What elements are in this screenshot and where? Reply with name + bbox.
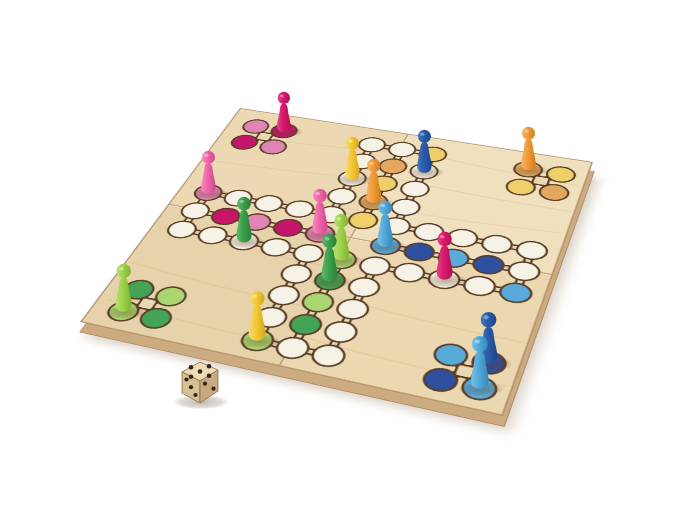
pawn-body [312, 202, 327, 234]
die-pip [189, 365, 194, 370]
pawn-green[interactable] [318, 233, 341, 284]
pawn-head [367, 158, 380, 171]
pawn-yellow[interactable] [245, 290, 269, 343]
pawn-body [378, 213, 393, 246]
pawn-head [202, 151, 215, 164]
pawn-body [322, 247, 338, 281]
pawn-orange[interactable] [518, 126, 539, 172]
pawn-highlight [325, 237, 330, 241]
pawn-highlight [484, 315, 489, 319]
pawn-highlight [420, 132, 424, 135]
pawn-body [201, 163, 215, 194]
pawn-lightblue[interactable] [467, 335, 493, 391]
ludo-photo-scene: Overhead-angle product photo of a wooden… [0, 0, 677, 507]
pawn-body [345, 149, 359, 180]
die-pip [207, 364, 212, 369]
pawn-lightgreen[interactable] [112, 263, 135, 314]
pawn-head [116, 264, 131, 279]
pawn-head [379, 200, 393, 214]
pawn-highlight [239, 200, 244, 203]
pawn-body [470, 351, 488, 389]
pawn-head [346, 136, 359, 149]
pawn-head [250, 291, 265, 306]
die-pip [211, 387, 215, 391]
pawn-body [115, 278, 131, 312]
pieces-layer [0, 0, 677, 507]
die-pip [203, 382, 207, 386]
pawn-highlight [118, 267, 123, 271]
pawn-head [437, 232, 451, 246]
pawn-body [277, 103, 291, 132]
pawn-highlight [474, 339, 479, 343]
pawn-body [249, 305, 266, 341]
pawn-head [278, 91, 290, 103]
pawn-head [522, 127, 535, 140]
die-pip [193, 393, 197, 397]
pawn-green[interactable] [233, 196, 255, 244]
pawn-lightblue[interactable] [374, 200, 396, 249]
pawn-head [237, 197, 251, 211]
die-pip [207, 373, 212, 378]
die[interactable] [175, 355, 225, 409]
die-pip [184, 377, 188, 381]
pawn-magenta[interactable] [274, 91, 294, 134]
pawn-highlight [253, 294, 258, 298]
pawn-highlight [369, 161, 373, 164]
die-pip [189, 385, 193, 389]
pawn-head [417, 129, 430, 142]
pawn-body [366, 171, 381, 203]
pawn-head [471, 336, 487, 352]
pawn-highlight [315, 192, 320, 195]
pawn-body [417, 142, 431, 173]
pawn-body [436, 246, 452, 280]
pawn-highlight [204, 153, 208, 156]
pawn-pink[interactable] [198, 150, 219, 196]
pawn-yellow[interactable] [342, 136, 363, 182]
die-pip [198, 369, 203, 374]
pawn-body [236, 210, 251, 242]
pawn-head [313, 189, 327, 203]
pawn-highlight [348, 139, 352, 142]
pawn-head [334, 214, 348, 228]
pawn-highlight [337, 217, 342, 221]
pawn-highlight [280, 94, 284, 97]
pawn-highlight [439, 235, 444, 239]
die-pip [189, 374, 194, 379]
pawn-head [481, 312, 497, 328]
pawn-highlight [524, 130, 528, 133]
pawn-pink[interactable] [309, 188, 331, 236]
pawn-head [323, 234, 337, 248]
pawn-darkblue[interactable] [414, 129, 435, 175]
pawn-magenta[interactable] [433, 231, 456, 282]
pawn-orange[interactable] [363, 158, 384, 205]
pawn-body [521, 139, 536, 170]
pawn-highlight [381, 203, 386, 206]
